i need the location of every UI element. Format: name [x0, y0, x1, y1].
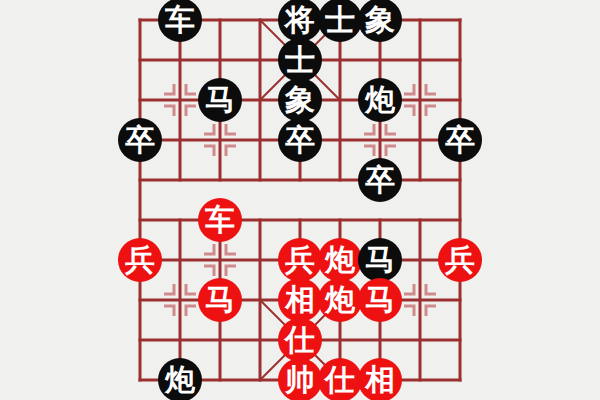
black-elephant[interactable]: 象: [358, 0, 402, 42]
black-soldier[interactable]: 卒: [278, 118, 322, 162]
board-point: 相: [280, 280, 320, 320]
black-advisor[interactable]: 士: [318, 0, 362, 42]
board-pieces: 车将士象士马象炮卒卒卒卒车兵兵炮马兵马相炮马仕炮帅仕相: [120, 0, 480, 400]
board-point: 卒: [360, 160, 400, 200]
black-horse[interactable]: 马: [358, 238, 402, 282]
black-soldier[interactable]: 卒: [118, 118, 162, 162]
black-chariot[interactable]: 车: [158, 0, 202, 42]
board-point: 炮: [320, 240, 360, 280]
black-general[interactable]: 将: [278, 0, 322, 42]
red-soldier[interactable]: 兵: [278, 238, 322, 282]
board-point: 士: [280, 40, 320, 80]
red-elephant[interactable]: 相: [278, 278, 322, 322]
board-point: 兵: [120, 240, 160, 280]
black-advisor[interactable]: 士: [278, 38, 322, 82]
red-soldier[interactable]: 兵: [438, 238, 482, 282]
red-soldier[interactable]: 兵: [118, 238, 162, 282]
board-point: 马: [200, 280, 240, 320]
red-chariot[interactable]: 车: [198, 198, 242, 242]
board-point: 卒: [120, 120, 160, 160]
board-point: 卒: [440, 120, 480, 160]
board-point: 马: [360, 280, 400, 320]
red-horse[interactable]: 马: [198, 278, 242, 322]
board-point: 仕: [280, 320, 320, 360]
board-point: 炮: [320, 280, 360, 320]
black-soldier[interactable]: 卒: [438, 118, 482, 162]
board-point: 车: [160, 0, 200, 40]
black-elephant[interactable]: 象: [278, 78, 322, 122]
board-point: 兵: [280, 240, 320, 280]
board-point: 士: [320, 0, 360, 40]
board-point: 卒: [280, 120, 320, 160]
red-cannon[interactable]: 炮: [318, 278, 362, 322]
board-point: 兵: [440, 240, 480, 280]
board-point: 马: [200, 80, 240, 120]
red-advisor[interactable]: 仕: [278, 318, 322, 362]
board-point: 象: [360, 0, 400, 40]
board-point: 相: [360, 360, 400, 400]
black-cannon[interactable]: 炮: [358, 78, 402, 122]
xiangqi-board-screenshot: 车将士象士马象炮卒卒卒卒车兵兵炮马兵马相炮马仕炮帅仕相: [0, 0, 600, 400]
red-cannon[interactable]: 炮: [318, 238, 362, 282]
board-point: 仕: [320, 360, 360, 400]
red-elephant[interactable]: 相: [358, 358, 402, 400]
black-cannon[interactable]: 炮: [158, 358, 202, 400]
board-point: 炮: [360, 80, 400, 120]
black-horse[interactable]: 马: [198, 78, 242, 122]
red-advisor[interactable]: 仕: [318, 358, 362, 400]
board-point: 帅: [280, 360, 320, 400]
board-point: 炮: [160, 360, 200, 400]
board-point: 象: [280, 80, 320, 120]
board-point: 马: [360, 240, 400, 280]
board-point: 将: [280, 0, 320, 40]
black-soldier[interactable]: 卒: [358, 158, 402, 202]
red-horse[interactable]: 马: [358, 278, 402, 322]
red-general[interactable]: 帅: [278, 358, 322, 400]
board-point: 车: [200, 200, 240, 240]
